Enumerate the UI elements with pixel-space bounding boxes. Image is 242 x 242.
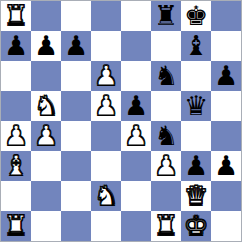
piece-white-pawn[interactable]: ♟ — [4, 121, 28, 151]
piece-black-pawn[interactable]: ♟ — [124, 91, 148, 121]
square-b7[interactable]: ♟ — [31, 31, 61, 61]
square-d5[interactable]: ♟ — [91, 91, 121, 121]
square-d1[interactable] — [91, 211, 121, 241]
piece-white-queen[interactable]: ♛ — [184, 181, 208, 211]
square-h2[interactable] — [211, 181, 241, 211]
piece-white-knight[interactable]: ♞ — [34, 91, 58, 121]
piece-white-rook[interactable]: ♜ — [4, 1, 28, 31]
square-b3[interactable] — [31, 151, 61, 181]
square-f1[interactable]: ♜ — [151, 211, 181, 241]
square-f4[interactable]: ♞ — [151, 121, 181, 151]
square-g4[interactable] — [181, 121, 211, 151]
square-c5[interactable] — [61, 91, 91, 121]
piece-white-king[interactable]: ♚ — [184, 211, 208, 241]
piece-black-bishop[interactable]: ♝ — [184, 31, 208, 61]
piece-black-knight[interactable]: ♞ — [154, 61, 178, 91]
square-d8[interactable] — [91, 1, 121, 31]
piece-black-pawn[interactable]: ♟ — [214, 151, 238, 181]
piece-black-pawn[interactable]: ♟ — [64, 31, 88, 61]
square-f7[interactable] — [151, 31, 181, 61]
square-h8[interactable] — [211, 1, 241, 31]
square-a5[interactable] — [1, 91, 31, 121]
square-e2[interactable] — [121, 181, 151, 211]
piece-black-knight[interactable]: ♞ — [154, 121, 178, 151]
square-d3[interactable] — [91, 151, 121, 181]
square-b6[interactable] — [31, 61, 61, 91]
piece-black-pawn[interactable]: ♟ — [4, 31, 28, 61]
piece-white-pawn[interactable]: ♟ — [94, 61, 118, 91]
square-b5[interactable]: ♞ — [31, 91, 61, 121]
square-f5[interactable] — [151, 91, 181, 121]
piece-black-pawn[interactable]: ♟ — [34, 31, 58, 61]
square-c7[interactable]: ♟ — [61, 31, 91, 61]
square-e4[interactable]: ♟ — [121, 121, 151, 151]
square-a7[interactable]: ♟ — [1, 31, 31, 61]
square-h6[interactable]: ♟ — [211, 61, 241, 91]
chess-board-container: ♜♜♚♟♟♟♝♟♞♟♞♟♟♛♟♟♟♞♝♟♟♟♞♛♜♜♚ — [0, 0, 242, 242]
square-a4[interactable]: ♟ — [1, 121, 31, 151]
piece-white-rook[interactable]: ♜ — [154, 211, 178, 241]
square-e7[interactable] — [121, 31, 151, 61]
square-d4[interactable] — [91, 121, 121, 151]
square-e1[interactable] — [121, 211, 151, 241]
square-g8[interactable]: ♚ — [181, 1, 211, 31]
square-a1[interactable]: ♜ — [1, 211, 31, 241]
square-h7[interactable] — [211, 31, 241, 61]
piece-white-knight[interactable]: ♞ — [94, 181, 118, 211]
piece-white-bishop[interactable]: ♝ — [4, 151, 28, 181]
square-g3[interactable]: ♟ — [181, 151, 211, 181]
square-b2[interactable] — [31, 181, 61, 211]
square-c2[interactable] — [61, 181, 91, 211]
square-a8[interactable]: ♜ — [1, 1, 31, 31]
square-g7[interactable]: ♝ — [181, 31, 211, 61]
square-a6[interactable] — [1, 61, 31, 91]
piece-white-rook[interactable]: ♜ — [4, 211, 28, 241]
square-a2[interactable] — [1, 181, 31, 211]
square-a3[interactable]: ♝ — [1, 151, 31, 181]
square-h5[interactable] — [211, 91, 241, 121]
square-g2[interactable]: ♛ — [181, 181, 211, 211]
piece-white-pawn[interactable]: ♟ — [154, 151, 178, 181]
piece-black-pawn[interactable]: ♟ — [214, 61, 238, 91]
square-c6[interactable] — [61, 61, 91, 91]
square-b1[interactable] — [31, 211, 61, 241]
square-e6[interactable] — [121, 61, 151, 91]
square-e5[interactable]: ♟ — [121, 91, 151, 121]
square-d7[interactable] — [91, 31, 121, 61]
square-c8[interactable] — [61, 1, 91, 31]
chess-board: ♜♜♚♟♟♟♝♟♞♟♞♟♟♛♟♟♟♞♝♟♟♟♞♛♜♜♚ — [0, 0, 242, 242]
square-f2[interactable] — [151, 181, 181, 211]
square-g5[interactable]: ♛ — [181, 91, 211, 121]
square-c1[interactable] — [61, 211, 91, 241]
square-h3[interactable]: ♟ — [211, 151, 241, 181]
piece-white-pawn[interactable]: ♟ — [124, 121, 148, 151]
square-d6[interactable]: ♟ — [91, 61, 121, 91]
piece-white-pawn[interactable]: ♟ — [34, 121, 58, 151]
square-g1[interactable]: ♚ — [181, 211, 211, 241]
square-g6[interactable] — [181, 61, 211, 91]
piece-black-pawn[interactable]: ♟ — [184, 151, 208, 181]
piece-black-rook[interactable]: ♜ — [154, 1, 178, 31]
square-h4[interactable] — [211, 121, 241, 151]
square-d2[interactable]: ♞ — [91, 181, 121, 211]
square-e8[interactable] — [121, 1, 151, 31]
square-c3[interactable] — [61, 151, 91, 181]
square-f8[interactable]: ♜ — [151, 1, 181, 31]
piece-black-queen[interactable]: ♛ — [184, 91, 208, 121]
square-f3[interactable]: ♟ — [151, 151, 181, 181]
square-c4[interactable] — [61, 121, 91, 151]
square-f6[interactable]: ♞ — [151, 61, 181, 91]
square-e3[interactable] — [121, 151, 151, 181]
square-b4[interactable]: ♟ — [31, 121, 61, 151]
piece-black-king[interactable]: ♚ — [184, 1, 208, 31]
square-h1[interactable] — [211, 211, 241, 241]
square-b8[interactable] — [31, 1, 61, 31]
piece-white-pawn[interactable]: ♟ — [94, 91, 118, 121]
